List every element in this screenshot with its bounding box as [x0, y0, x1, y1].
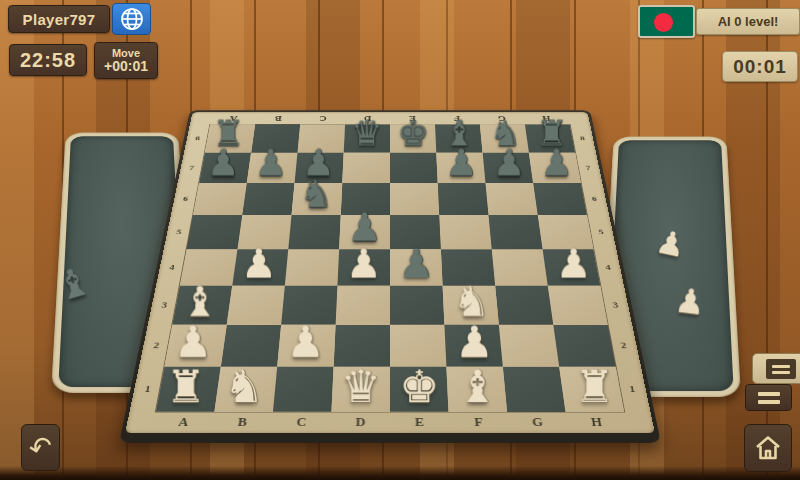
white-knight[interactable]: ♞ — [224, 364, 264, 409]
square-e3[interactable] — [390, 286, 444, 325]
game-screen: ♝ ♟♟ ABCDEFGH 87654321 87654321 ABCDEFGH… — [0, 0, 800, 480]
square-c5[interactable] — [288, 215, 340, 249]
file-label: C — [300, 114, 345, 123]
file-label: D — [345, 114, 390, 123]
rank-label: 6 — [583, 183, 606, 215]
square-h1[interactable]: ♜ — [559, 367, 624, 412]
square-b7[interactable]: ♟ — [247, 153, 298, 183]
file-label: G — [479, 114, 525, 123]
player-name-bar: Player797 — [8, 5, 110, 33]
ai-level-label: AI 0 level! — [718, 14, 779, 29]
white-queen[interactable]: ♛ — [341, 364, 381, 409]
home-button[interactable] — [744, 424, 792, 472]
black-pawn[interactable]: ♟ — [255, 144, 288, 181]
white-king[interactable]: ♚ — [399, 364, 439, 409]
white-pawn[interactable]: ♟ — [241, 243, 277, 283]
white-knight[interactable]: ♞ — [453, 281, 490, 323]
white-pawn[interactable]: ♟ — [346, 243, 382, 283]
square-h4[interactable]: ♟ — [543, 249, 601, 286]
rank-label: 4 — [596, 249, 621, 286]
chat-button-lower[interactable] — [745, 384, 792, 411]
rank-label: 7 — [578, 153, 600, 183]
file-label: E — [390, 114, 435, 123]
ai-level-badge: AI 0 level! — [696, 8, 800, 35]
white-rook[interactable]: ♜ — [574, 364, 614, 409]
square-d4[interactable]: ♟ — [337, 249, 390, 286]
square-d1[interactable]: ♛ — [331, 367, 390, 412]
rank-label: 5 — [589, 215, 612, 249]
square-e8[interactable]: ♚ — [390, 124, 436, 152]
square-c4[interactable] — [285, 249, 339, 286]
file-label: A — [211, 114, 257, 123]
file-label: C — [271, 415, 331, 431]
file-label: E — [390, 415, 449, 431]
white-pawn[interactable]: ♟ — [286, 321, 325, 364]
square-c6[interactable]: ♞ — [292, 183, 343, 215]
board-border: ABCDEFGH 87654321 87654321 ABCDEFGH ♜♛♚♝… — [125, 112, 655, 433]
square-f5[interactable] — [439, 215, 491, 249]
menu-lines-icon — [758, 392, 780, 396]
chess-board: ABCDEFGH 87654321 87654321 ABCDEFGH ♜♛♚♝… — [119, 110, 661, 443]
rank-label: 8 — [572, 124, 593, 152]
square-a5[interactable] — [187, 215, 243, 249]
white-bishop[interactable]: ♝ — [181, 281, 218, 323]
square-f6[interactable] — [438, 183, 489, 215]
black-pawn[interactable]: ♟ — [540, 144, 573, 181]
file-label: F — [434, 114, 479, 123]
square-g6[interactable] — [485, 183, 537, 215]
square-b3[interactable] — [227, 286, 285, 325]
ai-time: 00:01 — [733, 56, 787, 78]
square-b6[interactable] — [242, 183, 294, 215]
square-f1[interactable]: ♝ — [446, 367, 507, 412]
move-increment-badge: Move +00:01 — [94, 42, 158, 79]
rank-label: 3 — [603, 286, 629, 325]
white-pawn[interactable]: ♟ — [556, 243, 592, 283]
square-g2[interactable] — [499, 325, 559, 367]
player-name: Player797 — [23, 11, 96, 28]
square-e1[interactable]: ♚ — [390, 367, 449, 412]
file-label: D — [331, 415, 390, 431]
black-pawn[interactable]: ♟ — [398, 243, 434, 283]
black-knight[interactable]: ♞ — [299, 175, 333, 213]
floor-shadow-strip — [0, 466, 800, 480]
undo-arrow-icon: ↶ — [26, 429, 56, 466]
home-icon — [753, 433, 783, 463]
square-g7[interactable]: ♟ — [483, 153, 534, 183]
captured-white-pawn: ♟ — [673, 283, 707, 320]
square-f7[interactable]: ♟ — [436, 153, 485, 183]
white-pawn[interactable]: ♟ — [174, 321, 213, 364]
flag-red-circle — [654, 13, 673, 32]
file-label: B — [212, 415, 273, 431]
square-b1[interactable]: ♞ — [214, 367, 277, 412]
file-labels-top: ABCDEFGH — [211, 114, 570, 123]
black-pawn[interactable]: ♟ — [445, 144, 478, 181]
white-bishop[interactable]: ♝ — [458, 364, 498, 409]
square-g1[interactable] — [503, 367, 566, 412]
board-rim: ABCDEFGH 87654321 87654321 ABCDEFGH ♜♛♚♝… — [119, 110, 661, 443]
chat-lines-icon — [766, 359, 796, 379]
board-grid: ♜♛♚♝♞♜♟♟♟♟♟♟♞♟♟♟♟♟♝♞♟♟♟♜♞♛♚♝♜ — [156, 124, 624, 411]
square-e7[interactable] — [390, 153, 438, 183]
file-label: B — [255, 114, 301, 123]
player-time: 22:58 — [20, 49, 76, 72]
file-label: F — [449, 415, 509, 431]
file-label: G — [507, 415, 568, 431]
square-d7[interactable] — [342, 153, 390, 183]
square-a6[interactable] — [193, 183, 247, 215]
square-a1[interactable]: ♜ — [156, 367, 221, 412]
square-c1[interactable] — [273, 367, 334, 412]
chat-button-upper[interactable] — [752, 353, 800, 384]
file-labels-bottom: ABCDEFGH — [152, 415, 627, 431]
globe-icon — [119, 6, 145, 32]
white-pawn[interactable]: ♟ — [455, 321, 494, 364]
move-increment-value: +00:01 — [104, 59, 148, 74]
square-d3[interactable] — [336, 286, 390, 325]
undo-button[interactable]: ↶ — [21, 424, 60, 471]
square-e6[interactable] — [390, 183, 439, 215]
rank-label: 5 — [167, 215, 190, 249]
square-g3[interactable] — [495, 286, 553, 325]
ai-timer: 00:01 — [722, 51, 798, 82]
square-g4[interactable] — [492, 249, 548, 286]
square-h3[interactable] — [548, 286, 608, 325]
square-g5[interactable] — [488, 215, 542, 249]
square-e4[interactable]: ♟ — [390, 249, 443, 286]
square-h7[interactable]: ♟ — [529, 153, 581, 183]
bangladesh-flag — [638, 5, 695, 38]
square-a7[interactable]: ♟ — [199, 153, 251, 183]
white-rook[interactable]: ♜ — [166, 364, 206, 409]
square-d8[interactable]: ♛ — [344, 124, 390, 152]
globe-button[interactable] — [112, 3, 151, 35]
player-timer: 22:58 — [9, 44, 87, 76]
file-label: A — [152, 415, 214, 431]
square-b4[interactable]: ♟ — [232, 249, 288, 286]
square-c2[interactable]: ♟ — [277, 325, 335, 367]
black-pawn[interactable]: ♟ — [493, 144, 526, 181]
file-label: H — [523, 114, 569, 123]
square-h6[interactable] — [533, 183, 587, 215]
file-label: H — [566, 415, 628, 431]
black-pawn[interactable]: ♟ — [207, 144, 240, 181]
